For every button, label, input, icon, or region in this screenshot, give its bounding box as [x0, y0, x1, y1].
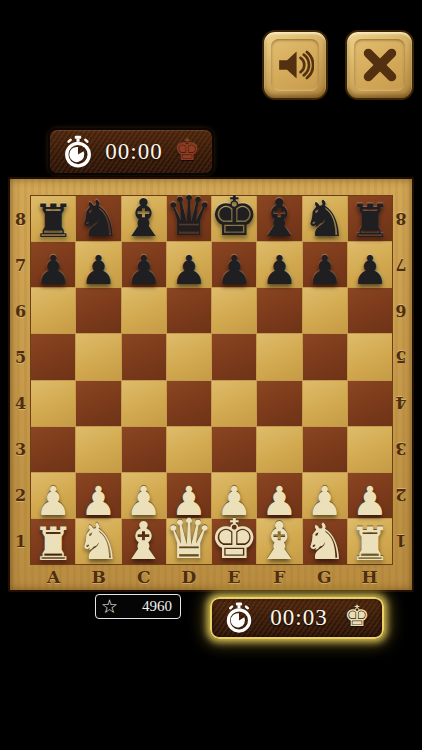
piece-white-king-e1[interactable]: ♚	[209, 512, 258, 567]
square-d8[interactable]: ♛	[167, 196, 211, 241]
square-h8[interactable]: ♜	[348, 196, 392, 241]
rank-label-left-8: 8	[10, 196, 31, 242]
rank-label-right-1: 1	[390, 518, 412, 564]
square-d5[interactable]	[167, 334, 211, 379]
square-e6[interactable]	[212, 288, 256, 333]
rank-label-left-1: 1	[10, 518, 31, 564]
rank-label-right-7: 7	[390, 242, 412, 288]
square-c3[interactable]	[122, 427, 166, 472]
piece-white-pawn-h2[interactable]: ♟	[352, 481, 388, 521]
piece-white-bishop-f1[interactable]: ♝	[256, 515, 303, 567]
square-f8[interactable]: ♝	[257, 196, 301, 241]
piece-black-pawn-b7[interactable]: ♟	[80, 250, 116, 290]
black-clock-time: 00:00	[94, 139, 174, 165]
square-a8[interactable]: ♜	[31, 196, 75, 241]
square-h4[interactable]	[348, 381, 392, 426]
square-h7[interactable]: ♟	[348, 242, 392, 287]
rank-label-right-5: 5	[390, 334, 412, 380]
square-c8[interactable]: ♝	[122, 196, 166, 241]
rank-label-right-4: 4	[390, 380, 412, 426]
rank-label-left-2: 2	[10, 472, 31, 518]
square-c5[interactable]	[122, 334, 166, 379]
rank-label-left-7: 7	[10, 242, 31, 288]
square-d7[interactable]: ♟	[167, 242, 211, 287]
piece-white-bishop-c1[interactable]: ♝	[120, 515, 167, 567]
square-g7[interactable]: ♟	[303, 242, 347, 287]
piece-black-pawn-h7[interactable]: ♟	[352, 250, 388, 290]
square-c6[interactable]	[122, 288, 166, 333]
square-d1[interactable]: ♛	[167, 519, 211, 564]
close-button[interactable]	[345, 30, 414, 100]
square-g2[interactable]: ♟	[303, 473, 347, 518]
stopwatch-icon	[62, 135, 94, 169]
square-a6[interactable]	[31, 288, 75, 333]
square-a3[interactable]	[31, 427, 75, 472]
piece-white-knight-g1[interactable]: ♞	[302, 517, 347, 567]
square-h1[interactable]: ♜	[348, 519, 392, 564]
square-d6[interactable]	[167, 288, 211, 333]
square-g3[interactable]	[303, 427, 347, 472]
piece-black-rook-h8[interactable]: ♜	[349, 198, 390, 244]
square-a7[interactable]: ♟	[31, 242, 75, 287]
square-c4[interactable]	[122, 381, 166, 426]
piece-black-pawn-a7[interactable]: ♟	[35, 250, 71, 290]
square-f3[interactable]	[257, 427, 301, 472]
rank-labels-left: 87654321	[10, 196, 31, 564]
sound-button-panel	[271, 39, 319, 90]
white-player-clock: 00:03 ♚	[210, 597, 384, 639]
piece-black-bishop-c8[interactable]: ♝	[120, 192, 167, 244]
rank-label-right-8: 8	[390, 196, 412, 242]
score-value: 4960	[118, 598, 172, 615]
piece-white-pawn-a2[interactable]: ♟	[35, 481, 71, 521]
white-clock-time: 00:03	[254, 605, 344, 631]
rank-label-right-2: 2	[390, 472, 412, 518]
square-h6[interactable]	[348, 288, 392, 333]
square-a5[interactable]	[31, 334, 75, 379]
square-f1[interactable]: ♝	[257, 519, 301, 564]
piece-black-pawn-d7[interactable]: ♟	[171, 250, 207, 290]
square-e4[interactable]	[212, 381, 256, 426]
square-g5[interactable]	[303, 334, 347, 379]
piece-white-knight-b1[interactable]: ♞	[76, 517, 121, 567]
piece-black-bishop-f8[interactable]: ♝	[256, 192, 303, 244]
black-king-icon: ♚	[174, 136, 200, 165]
piece-white-queen-d1[interactable]: ♛	[164, 512, 213, 567]
score-badge: ☆ 4960	[95, 594, 181, 619]
square-e3[interactable]	[212, 427, 256, 472]
square-a2[interactable]: ♟	[31, 473, 75, 518]
speaker-icon	[276, 46, 314, 84]
rank-label-left-3: 3	[10, 426, 31, 472]
chess-app-screen: 00:00 ♚ 87654321 87654321 ABCDEFGH ♜♞♝♛♚…	[0, 0, 422, 750]
piece-black-queen-d8[interactable]: ♛	[164, 189, 213, 244]
square-h2[interactable]: ♟	[348, 473, 392, 518]
square-e5[interactable]	[212, 334, 256, 379]
square-c7[interactable]: ♟	[122, 242, 166, 287]
square-h5[interactable]	[348, 334, 392, 379]
board-grid: ♜♞♝♛♚♝♞♜♟♟♟♟♟♟♟♟♟♟♟♟♟♟♟♟♜♞♝♛♚♝♞♜	[31, 196, 392, 564]
star-icon: ☆	[101, 597, 118, 616]
square-c1[interactable]: ♝	[122, 519, 166, 564]
piece-black-knight-b8[interactable]: ♞	[76, 194, 121, 244]
square-e1[interactable]: ♚	[212, 519, 256, 564]
white-king-icon: ♚	[344, 602, 370, 631]
square-e7[interactable]: ♟	[212, 242, 256, 287]
piece-black-pawn-c7[interactable]: ♟	[126, 250, 162, 290]
square-g6[interactable]	[303, 288, 347, 333]
square-f6[interactable]	[257, 288, 301, 333]
rank-labels-right: 87654321	[390, 196, 412, 564]
square-b6[interactable]	[76, 288, 120, 333]
piece-white-rook-a1[interactable]: ♜	[33, 521, 74, 567]
piece-black-rook-a8[interactable]: ♜	[33, 198, 74, 244]
square-b7[interactable]: ♟	[76, 242, 120, 287]
square-f5[interactable]	[257, 334, 301, 379]
piece-black-knight-g8[interactable]: ♞	[302, 194, 347, 244]
piece-black-pawn-f7[interactable]: ♟	[261, 250, 297, 290]
square-a4[interactable]	[31, 381, 75, 426]
square-g1[interactable]: ♞	[303, 519, 347, 564]
rank-label-left-6: 6	[10, 288, 31, 334]
square-f7[interactable]: ♟	[257, 242, 301, 287]
square-b1[interactable]: ♞	[76, 519, 120, 564]
rank-label-right-6: 6	[390, 288, 412, 334]
square-b8[interactable]: ♞	[76, 196, 120, 241]
square-d4[interactable]	[167, 381, 211, 426]
square-h3[interactable]	[348, 427, 392, 472]
close-button-panel	[354, 39, 405, 90]
sound-button[interactable]	[262, 30, 328, 100]
piece-black-king-e8[interactable]: ♚	[209, 189, 258, 244]
stopwatch-icon	[224, 602, 254, 634]
square-e8[interactable]: ♚	[212, 196, 256, 241]
square-g8[interactable]: ♞	[303, 196, 347, 241]
square-a1[interactable]: ♜	[31, 519, 75, 564]
chess-board: 87654321 87654321 ABCDEFGH ♜♞♝♛♚♝♞♜♟♟♟♟♟…	[8, 177, 414, 592]
piece-white-rook-h1[interactable]: ♜	[349, 521, 390, 567]
rank-label-left-5: 5	[10, 334, 31, 380]
piece-black-pawn-g7[interactable]: ♟	[307, 250, 343, 290]
square-b2[interactable]: ♟	[76, 473, 120, 518]
piece-black-pawn-e7[interactable]: ♟	[216, 250, 252, 290]
square-g4[interactable]	[303, 381, 347, 426]
black-player-clock: 00:00 ♚	[48, 128, 214, 175]
square-b5[interactable]	[76, 334, 120, 379]
close-x-icon	[360, 45, 400, 85]
square-b3[interactable]	[76, 427, 120, 472]
square-d3[interactable]	[167, 427, 211, 472]
square-b4[interactable]	[76, 381, 120, 426]
square-f4[interactable]	[257, 381, 301, 426]
rank-label-right-3: 3	[390, 426, 412, 472]
rank-label-left-4: 4	[10, 380, 31, 426]
